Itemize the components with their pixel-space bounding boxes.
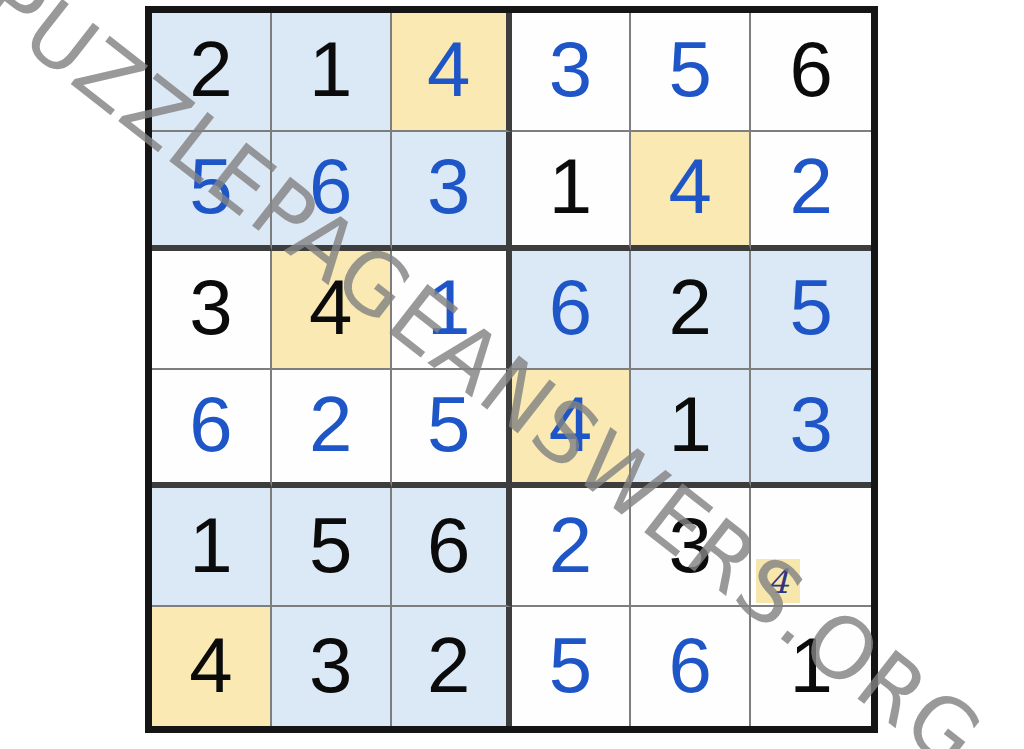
cell-digit: 3 (549, 30, 592, 108)
cell-digit: 1 (789, 626, 832, 704)
cell-r1c5[interactable]: 5 (631, 13, 751, 132)
cell-r3c6[interactable]: 5 (751, 251, 871, 370)
cell-r5c4[interactable]: 2 (512, 488, 632, 607)
cell-r4c3[interactable]: 5 (392, 370, 512, 489)
cell-digit: 2 (427, 626, 470, 704)
cell-digit: 1 (427, 268, 470, 346)
cell-digit: 4 (309, 268, 352, 346)
cell-r3c2[interactable]: 4 (272, 251, 392, 370)
cell-r4c4[interactable]: 4 (512, 370, 632, 489)
cell-r1c1[interactable]: 2 (152, 13, 272, 132)
cell-digit: 3 (669, 506, 712, 584)
cell-r6c3[interactable]: 2 (392, 607, 512, 726)
cell-digit: 6 (549, 268, 592, 346)
cell-r2c1[interactable]: 5 (152, 132, 272, 251)
sudoku-board: 214356563142341625625413156234432561 (145, 6, 878, 733)
cell-digit: 2 (669, 268, 712, 346)
cell-r2c4[interactable]: 1 (512, 132, 632, 251)
cell-r3c3[interactable]: 1 (392, 251, 512, 370)
cell-r3c4[interactable]: 6 (512, 251, 632, 370)
cell-r1c3[interactable]: 4 (392, 13, 512, 132)
cell-digit: 2 (309, 385, 352, 463)
cell-r4c2[interactable]: 2 (272, 370, 392, 489)
cell-digit: 1 (549, 147, 592, 225)
cell-digit: 3 (309, 626, 352, 704)
cell-digit: 1 (669, 385, 712, 463)
cell-r6c4[interactable]: 5 (512, 607, 632, 726)
cell-r5c1[interactable]: 1 (152, 488, 272, 607)
cell-digit: 5 (789, 268, 832, 346)
cell-digit: 2 (189, 30, 232, 108)
cell-digit: 2 (789, 147, 832, 225)
cell-r1c4[interactable]: 3 (512, 13, 632, 132)
cell-digit: 4 (427, 30, 470, 108)
cell-r6c1[interactable]: 4 (152, 607, 272, 726)
cell-digit: 5 (309, 506, 352, 584)
cell-r1c2[interactable]: 1 (272, 13, 392, 132)
cell-r5c3[interactable]: 6 (392, 488, 512, 607)
cell-r6c6[interactable]: 1 (751, 607, 871, 726)
cell-r4c1[interactable]: 6 (152, 370, 272, 489)
cell-digit: 6 (189, 385, 232, 463)
pencil-note-highlight[interactable]: 4 (756, 559, 800, 603)
cell-r1c6[interactable]: 6 (751, 13, 871, 132)
cell-r4c5[interactable]: 1 (631, 370, 751, 489)
cell-r2c6[interactable]: 2 (751, 132, 871, 251)
cell-r5c2[interactable]: 5 (272, 488, 392, 607)
cell-r3c5[interactable]: 2 (631, 251, 751, 370)
cell-digit: 1 (309, 30, 352, 108)
cell-digit: 4 (189, 626, 232, 704)
cell-digit: 6 (309, 147, 352, 225)
cell-r5c6[interactable]: 4 (751, 488, 871, 607)
pencil-note-digit: 4 (768, 565, 789, 598)
cell-r2c5[interactable]: 4 (631, 132, 751, 251)
cell-digit: 5 (549, 626, 592, 704)
cell-r6c5[interactable]: 6 (631, 607, 751, 726)
cell-r2c3[interactable]: 3 (392, 132, 512, 251)
cell-digit: 5 (669, 30, 712, 108)
cell-digit: 3 (427, 147, 470, 225)
cell-r4c6[interactable]: 3 (751, 370, 871, 489)
cell-r2c2[interactable]: 6 (272, 132, 392, 251)
cell-r5c5[interactable]: 3 (631, 488, 751, 607)
cell-digit: 2 (549, 506, 592, 584)
cell-digit: 3 (789, 385, 832, 463)
cell-digit: 6 (427, 506, 470, 584)
cell-digit: 5 (427, 385, 470, 463)
cell-digit: 6 (789, 30, 832, 108)
cell-digit: 6 (669, 626, 712, 704)
cell-digit: 4 (669, 147, 712, 225)
cell-digit: 1 (189, 506, 232, 584)
cell-r6c2[interactable]: 3 (272, 607, 392, 726)
cell-digit: 3 (189, 268, 232, 346)
cell-r3c1[interactable]: 3 (152, 251, 272, 370)
cell-digit: 5 (189, 147, 232, 225)
cell-digit: 4 (549, 385, 592, 463)
